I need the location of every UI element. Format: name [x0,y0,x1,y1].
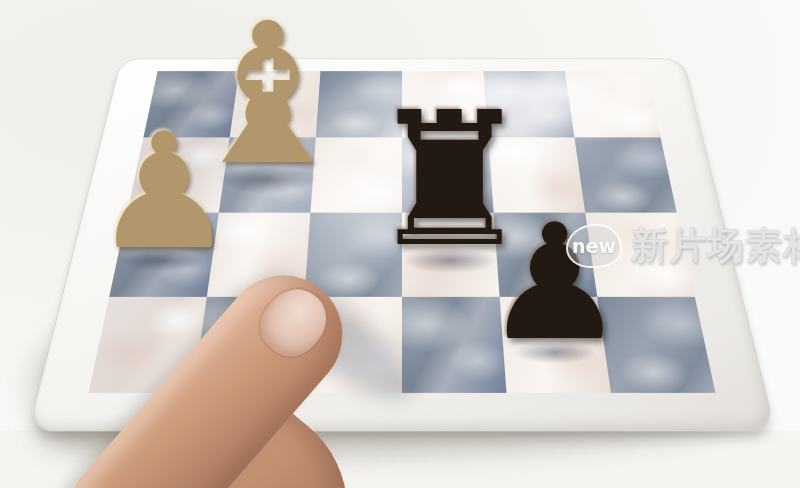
square-b5[interactable] [89,297,207,393]
white-pawn-b6[interactable]: ♟ [92,117,235,264]
watermark: new 新片场素材 [566,221,800,271]
watermark-text: 新片场素材 [631,221,800,271]
square-g8[interactable] [565,71,661,137]
watermark-new-badge: new [566,224,622,268]
scene: ♝♟♜♟ new 新片场素材 [0,0,800,488]
